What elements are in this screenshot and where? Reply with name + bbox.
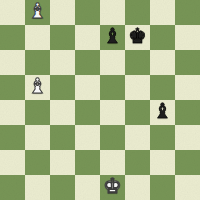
square-b3[interactable] (25, 125, 50, 150)
square-a7[interactable] (0, 25, 25, 50)
square-b2[interactable] (25, 150, 50, 175)
square-d6[interactable] (75, 50, 100, 75)
square-g2[interactable] (150, 150, 175, 175)
white-bishop[interactable]: ♝ (28, 0, 47, 24)
square-d1[interactable] (75, 175, 100, 200)
square-c6[interactable] (50, 50, 75, 75)
square-a3[interactable] (0, 125, 25, 150)
white-king[interactable]: ♚ (103, 174, 122, 199)
square-h3[interactable] (175, 125, 200, 150)
square-h7[interactable] (175, 25, 200, 50)
square-g6[interactable] (150, 50, 175, 75)
square-c1[interactable] (50, 175, 75, 200)
square-f4[interactable] (125, 100, 150, 125)
square-e5[interactable] (100, 75, 125, 100)
square-a1[interactable] (0, 175, 25, 200)
white-bishop[interactable]: ♝ (28, 74, 47, 99)
square-d5[interactable] (75, 75, 100, 100)
square-c4[interactable] (50, 100, 75, 125)
square-h4[interactable] (175, 100, 200, 125)
square-b8[interactable]: ♝ (25, 0, 50, 25)
square-f2[interactable] (125, 150, 150, 175)
square-c3[interactable] (50, 125, 75, 150)
square-h8[interactable] (175, 0, 200, 25)
black-bishop[interactable]: ♝ (153, 99, 172, 124)
square-b5[interactable]: ♝ (25, 75, 50, 100)
square-f7[interactable]: ♚ (125, 25, 150, 50)
square-e4[interactable] (100, 100, 125, 125)
square-f3[interactable] (125, 125, 150, 150)
square-b6[interactable] (25, 50, 50, 75)
square-h6[interactable] (175, 50, 200, 75)
square-g4[interactable]: ♝ (150, 100, 175, 125)
square-f1[interactable] (125, 175, 150, 200)
square-a5[interactable] (0, 75, 25, 100)
square-b7[interactable] (25, 25, 50, 50)
square-d7[interactable] (75, 25, 100, 50)
square-d3[interactable] (75, 125, 100, 150)
square-h5[interactable] (175, 75, 200, 100)
chess-board: ♝♝♚♝♝♚ (0, 0, 200, 200)
square-c7[interactable] (50, 25, 75, 50)
square-a8[interactable] (0, 0, 25, 25)
square-a2[interactable] (0, 150, 25, 175)
square-g5[interactable] (150, 75, 175, 100)
square-e7[interactable]: ♝ (100, 25, 125, 50)
square-d2[interactable] (75, 150, 100, 175)
square-f8[interactable] (125, 0, 150, 25)
square-c8[interactable] (50, 0, 75, 25)
square-e1[interactable]: ♚ (100, 175, 125, 200)
square-g8[interactable] (150, 0, 175, 25)
square-g7[interactable] (150, 25, 175, 50)
square-c2[interactable] (50, 150, 75, 175)
black-bishop[interactable]: ♝ (103, 24, 122, 49)
square-c5[interactable] (50, 75, 75, 100)
square-d8[interactable] (75, 0, 100, 25)
square-g1[interactable] (150, 175, 175, 200)
square-a4[interactable] (0, 100, 25, 125)
square-e6[interactable] (100, 50, 125, 75)
square-e2[interactable] (100, 150, 125, 175)
square-a6[interactable] (0, 50, 25, 75)
square-e8[interactable] (100, 0, 125, 25)
square-f5[interactable] (125, 75, 150, 100)
black-king[interactable]: ♚ (128, 24, 147, 49)
square-d4[interactable] (75, 100, 100, 125)
square-h1[interactable] (175, 175, 200, 200)
square-f6[interactable] (125, 50, 150, 75)
square-g3[interactable] (150, 125, 175, 150)
square-e3[interactable] (100, 125, 125, 150)
square-b1[interactable] (25, 175, 50, 200)
square-b4[interactable] (25, 100, 50, 125)
square-h2[interactable] (175, 150, 200, 175)
